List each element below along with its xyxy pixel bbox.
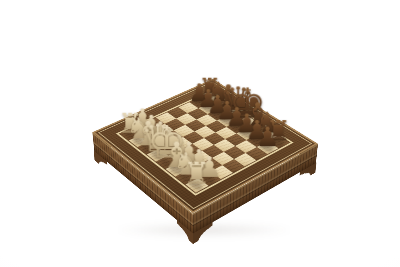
board-foot xyxy=(299,163,317,183)
chess-board: ♜♞♝♛♚♝♞♜♟♟♟♟♟♟♟♟♟♟♟♟♟♟♟♟♜♞♝♛♚♝♞♜ xyxy=(92,79,317,213)
chess-set-photo: ♜♞♝♛♚♝♞♜♟♟♟♟♟♟♟♟♟♟♟♟♟♟♟♟♜♞♝♛♚♝♞♜ xyxy=(0,0,400,267)
board-foot xyxy=(192,222,212,244)
board-rim: ♜♞♝♛♚♝♞♜♟♟♟♟♟♟♟♟♟♟♟♟♟♟♟♟♜♞♝♛♚♝♞♜ xyxy=(92,79,317,213)
board-foot xyxy=(94,151,108,172)
black-pawn: ♟ xyxy=(255,123,279,149)
chess-board-wrap: ♜♞♝♛♚♝♞♜♟♟♟♟♟♟♟♟♟♟♟♟♟♟♟♟♜♞♝♛♚♝♞♜ xyxy=(124,58,284,218)
white-rook: ♜ xyxy=(184,158,210,187)
